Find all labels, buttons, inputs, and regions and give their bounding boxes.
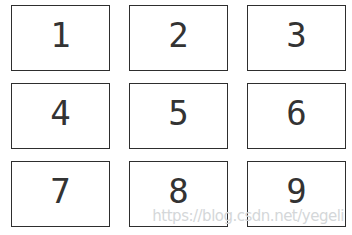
cell-3[interactable]: 3: [247, 5, 346, 71]
cell-7[interactable]: 7: [11, 161, 110, 227]
cell-6[interactable]: 6: [247, 83, 346, 149]
screen: 1 2 3 4 5 6 7 8 9 https://blog.csdn.net/…: [0, 0, 352, 235]
cell-9[interactable]: 9: [247, 161, 346, 227]
number-grid-board: 1 2 3 4 5 6 7 8 9: [11, 5, 346, 227]
cell-2[interactable]: 2: [129, 5, 228, 71]
cell-5[interactable]: 5: [129, 83, 228, 149]
cell-8[interactable]: 8: [129, 161, 228, 227]
cell-1[interactable]: 1: [11, 5, 110, 71]
cell-4[interactable]: 4: [11, 83, 110, 149]
